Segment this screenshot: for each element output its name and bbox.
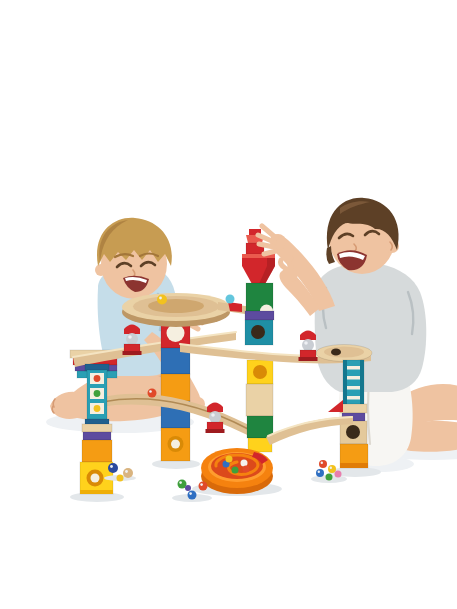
product-photo xyxy=(40,16,457,609)
right-boy-shirt xyxy=(315,264,427,392)
spiral-dish xyxy=(122,293,230,327)
right-boy xyxy=(315,198,457,466)
knight-figure-middle xyxy=(299,331,318,362)
finish-bowl xyxy=(201,448,273,494)
funnel-tower xyxy=(242,229,275,452)
marble-on-rail xyxy=(148,389,157,398)
marble-on-dish xyxy=(157,295,167,305)
right-platform xyxy=(316,345,372,362)
left-mid-tower xyxy=(161,319,190,461)
